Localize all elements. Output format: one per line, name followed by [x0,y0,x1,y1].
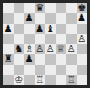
square-g7[interactable] [66,13,77,23]
black-knight[interactable]: ♞ [14,44,23,54]
black-king[interactable]: ♚ [77,3,86,13]
square-g5[interactable] [66,34,77,44]
square-b2[interactable] [14,65,25,75]
white-rook[interactable]: ♖ [35,75,44,85]
square-d4[interactable]: ♙ [35,44,46,54]
square-b4[interactable]: ♞ [14,44,25,54]
square-h8[interactable]: ♚ [77,3,88,13]
square-e8[interactable] [45,3,56,13]
square-a1[interactable] [3,75,14,85]
square-a5[interactable] [3,34,14,44]
square-e6[interactable]: ♝ [45,24,56,34]
square-e1[interactable] [45,75,56,85]
square-a7[interactable] [3,13,14,23]
square-e3[interactable] [45,54,56,64]
square-c4[interactable]: ♗ [24,44,35,54]
square-f1[interactable] [56,75,67,85]
square-e5[interactable] [45,34,56,44]
black-pawn[interactable]: ♟ [25,13,34,23]
square-a2[interactable] [3,65,14,75]
square-f5[interactable] [56,34,67,44]
square-c2[interactable] [24,65,35,75]
square-d1[interactable]: ♖ [35,75,46,85]
square-f3[interactable] [56,54,67,64]
square-d5[interactable] [35,34,46,44]
white-queen[interactable]: ♕ [56,44,65,54]
square-a6[interactable]: ♟ [3,24,14,34]
square-h5[interactable]: ♙ [77,34,88,44]
white-pawn[interactable]: ♙ [67,44,76,54]
square-h2[interactable] [77,65,88,75]
square-e4[interactable]: ♙ [45,44,56,54]
square-g8[interactable] [66,3,77,13]
square-c7[interactable]: ♟ [24,13,35,23]
white-pawn[interactable]: ♙ [77,34,86,44]
chess-board: ♛♚♟♟♟♟♝♙♞♗♙♙♕♙♜♟♔♖♖ [3,3,87,85]
square-a8[interactable] [3,3,14,13]
white-king[interactable]: ♔ [14,75,23,85]
chess-diagram: ♛♚♟♟♟♟♝♙♞♗♙♙♕♙♜♟♔♖♖ [0,0,90,88]
square-h7[interactable]: ♟ [77,13,88,23]
square-f6[interactable] [56,24,67,34]
white-pawn[interactable]: ♙ [35,44,44,54]
square-c3[interactable]: ♟ [24,54,35,64]
square-f8[interactable] [56,3,67,13]
square-d2[interactable] [35,65,46,75]
black-rook[interactable]: ♜ [4,54,13,64]
white-pawn[interactable]: ♙ [46,44,55,54]
black-queen[interactable]: ♛ [35,3,44,13]
square-d8[interactable]: ♛ [35,3,46,13]
square-d3[interactable] [35,54,46,64]
square-a3[interactable]: ♜ [3,54,14,64]
square-g6[interactable] [66,24,77,34]
square-f4[interactable]: ♕ [56,44,67,54]
black-pawn[interactable]: ♟ [77,13,86,23]
square-f2[interactable] [56,65,67,75]
square-g2[interactable] [66,65,77,75]
black-pawn[interactable]: ♟ [25,54,34,64]
black-bishop[interactable]: ♝ [46,24,55,34]
square-c1[interactable] [24,75,35,85]
black-pawn[interactable]: ♟ [35,24,44,34]
black-pawn[interactable]: ♟ [4,24,13,34]
square-f7[interactable] [56,13,67,23]
square-b8[interactable] [14,3,25,13]
square-c8[interactable] [24,3,35,13]
square-e2[interactable] [45,65,56,75]
square-d6[interactable]: ♟ [35,24,46,34]
square-b1[interactable]: ♔ [14,75,25,85]
square-e7[interactable] [45,13,56,23]
white-rook[interactable]: ♖ [67,75,76,85]
square-a4[interactable] [3,44,14,54]
square-g4[interactable]: ♙ [66,44,77,54]
square-h4[interactable] [77,44,88,54]
white-bishop[interactable]: ♗ [25,44,34,54]
square-c5[interactable] [24,34,35,44]
square-b6[interactable] [14,24,25,34]
square-h6[interactable] [77,24,88,34]
square-b7[interactable] [14,13,25,23]
square-g3[interactable] [66,54,77,64]
square-b3[interactable] [14,54,25,64]
square-g1[interactable]: ♖ [66,75,77,85]
square-c6[interactable] [24,24,35,34]
square-h1[interactable] [77,75,88,85]
square-b5[interactable] [14,34,25,44]
square-h3[interactable] [77,54,88,64]
square-d7[interactable] [35,13,46,23]
